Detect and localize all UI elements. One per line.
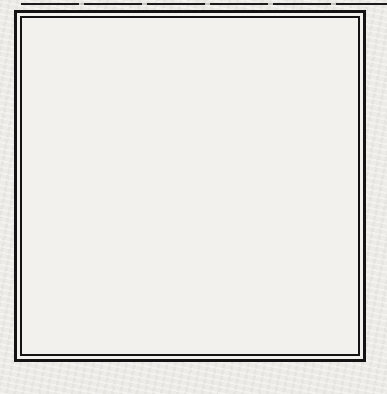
chess-board [22,18,358,354]
page-rule-line [21,3,387,5]
rank-labels [0,18,13,354]
board-inner-frame [20,16,360,356]
chess-diagram-page [0,0,387,394]
file-labels [22,364,358,391]
board-frame [14,10,366,362]
